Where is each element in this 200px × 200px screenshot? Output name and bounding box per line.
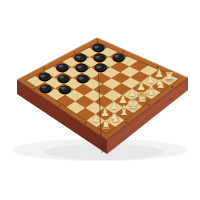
svg-text:●: ●: [78, 75, 84, 79]
folding-chess-draughts-board: ●●●●●●●●●●●●●●●●●●●●●●♟●●●●●●●●●●♜●♟●♞●●…: [0, 0, 200, 200]
frame-pin-dot: [125, 122, 127, 124]
black-checker: ●●●: [76, 72, 90, 84]
white-pawn: ●♟: [91, 112, 100, 124]
svg-text:●: ●: [59, 74, 65, 78]
svg-text:♜: ♜: [101, 118, 112, 132]
black-checker: ●●●: [39, 82, 53, 94]
black-checker: ●●●: [94, 62, 108, 74]
black-checker: ●●●: [58, 83, 72, 95]
svg-text:●: ●: [40, 73, 46, 77]
svg-text:♟: ♟: [100, 106, 109, 118]
svg-text:●: ●: [96, 64, 102, 68]
frame-pin-dot: [171, 86, 173, 88]
frame-pin-dot: [43, 67, 45, 69]
svg-text:●: ●: [60, 86, 66, 90]
white-rook: ●♜: [101, 118, 112, 132]
svg-text:●: ●: [114, 53, 120, 57]
svg-text:●: ●: [77, 64, 83, 68]
frame-pin-dot: [85, 122, 87, 124]
product-photo-chess-set: ●●●●●●●●●●●●●●●●●●●●●●♟●●●●●●●●●●♜●♟●♞●●…: [0, 0, 200, 200]
svg-text:●: ●: [95, 54, 101, 58]
white-pawn: ●♟: [100, 106, 109, 118]
frame-pin-dot: [59, 105, 61, 107]
black-checker: ●●●: [37, 71, 51, 83]
svg-text:●: ●: [58, 63, 64, 67]
svg-text:●: ●: [41, 85, 47, 89]
frame-pin-dot: [33, 88, 35, 90]
black-checker: ●●●: [112, 51, 126, 63]
svg-text:♟: ♟: [91, 112, 100, 124]
svg-text:●: ●: [76, 54, 82, 58]
black-checker: ●●●: [57, 72, 71, 84]
svg-text:●: ●: [94, 44, 100, 48]
